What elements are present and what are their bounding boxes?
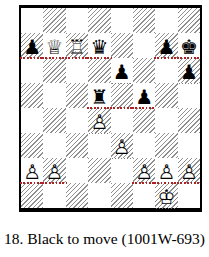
- square-a5: [21, 83, 43, 108]
- square-d1: [88, 183, 110, 208]
- square-h1: [178, 183, 200, 208]
- square-f6: [133, 58, 155, 83]
- square-h7: ♚: [178, 33, 200, 58]
- square-d5: ♜: [88, 83, 110, 108]
- square-h6: ♟: [178, 58, 200, 83]
- square-g8: [155, 8, 177, 33]
- square-f2: ♟♙: [133, 158, 155, 183]
- square-c2: [66, 158, 88, 183]
- square-e6: ♟: [111, 58, 133, 83]
- square-a7: ♟: [21, 33, 43, 58]
- square-a2: ♟♙: [21, 158, 43, 183]
- square-b1: [43, 183, 65, 208]
- square-h3: [178, 133, 200, 158]
- square-e7: [111, 33, 133, 58]
- square-h4: [178, 108, 200, 133]
- square-c7: ♜♖: [66, 33, 88, 58]
- square-g2: ♟♙: [155, 158, 177, 183]
- square-e8: [111, 8, 133, 33]
- square-e5: [111, 83, 133, 108]
- square-a1: [21, 183, 43, 208]
- chess-board: ♟♛♕♜♖♛♟♚♟♟♜♟♟♙♟♙♟♙♟♙♟♙♟♙♟♙♚♔: [19, 5, 202, 212]
- board-grid: ♟♛♕♜♖♛♟♚♟♟♜♟♟♙♟♙♟♙♟♙♟♙♟♙♟♙♚♔: [21, 8, 200, 208]
- white-pawn-g2: ♟♙: [155, 158, 177, 183]
- black-pawn-f5: ♟: [133, 83, 155, 108]
- square-d3: [88, 133, 110, 158]
- square-f8: [133, 8, 155, 33]
- square-b4: [43, 108, 65, 133]
- diagram-caption: 18. Black to move (1001W-693): [0, 230, 209, 248]
- square-e4: [111, 108, 133, 133]
- black-pawn-g7: ♟: [155, 33, 177, 58]
- white-king-g1: ♚♔: [155, 183, 177, 208]
- white-rook-c7: ♜♖: [66, 33, 88, 58]
- white-pawn-e3: ♟♙: [111, 133, 133, 158]
- white-pawn-f2: ♟♙: [133, 158, 155, 183]
- black-king-h7: ♚: [178, 33, 200, 58]
- white-queen-b7: ♛♕: [43, 33, 65, 58]
- square-a8: [21, 8, 43, 33]
- square-d6: [88, 58, 110, 83]
- square-f1: [133, 183, 155, 208]
- black-pawn-e6: ♟: [111, 58, 133, 83]
- square-c4: [66, 108, 88, 133]
- square-g5: [155, 83, 177, 108]
- square-c5: [66, 83, 88, 108]
- square-e2: [111, 158, 133, 183]
- square-c1: [66, 183, 88, 208]
- square-a4: [21, 108, 43, 133]
- square-e3: ♟♙: [111, 133, 133, 158]
- square-d7: ♛: [88, 33, 110, 58]
- square-f4: [133, 108, 155, 133]
- square-g6: [155, 58, 177, 83]
- white-pawn-a2: ♟♙: [21, 158, 43, 183]
- square-a3: [21, 133, 43, 158]
- black-rook-d5: ♜: [88, 83, 110, 108]
- square-f3: [133, 133, 155, 158]
- square-f7: [133, 33, 155, 58]
- square-c6: [66, 58, 88, 83]
- square-c8: [66, 8, 88, 33]
- square-b7: ♛♕: [43, 33, 65, 58]
- black-queen-d7: ♛: [88, 33, 110, 58]
- square-b3: [43, 133, 65, 158]
- square-b5: [43, 83, 65, 108]
- white-pawn-d4: ♟♙: [88, 108, 110, 133]
- square-c3: [66, 133, 88, 158]
- square-b8: [43, 8, 65, 33]
- square-h8: [178, 8, 200, 33]
- square-g7: ♟: [155, 33, 177, 58]
- square-a6: [21, 58, 43, 83]
- square-g1: ♚♔: [155, 183, 177, 208]
- square-f5: ♟: [133, 83, 155, 108]
- white-pawn-b2: ♟♙: [43, 158, 65, 183]
- square-d4: ♟♙: [88, 108, 110, 133]
- square-h2: ♟♙: [178, 158, 200, 183]
- white-pawn-h2: ♟♙: [178, 158, 200, 183]
- square-g4: [155, 108, 177, 133]
- black-pawn-a7: ♟: [21, 33, 43, 58]
- square-d2: [88, 158, 110, 183]
- square-e1: [111, 183, 133, 208]
- square-b6: [43, 58, 65, 83]
- page: ♟♛♕♜♖♛♟♚♟♟♜♟♟♙♟♙♟♙♟♙♟♙♟♙♟♙♚♔ 18. Black t…: [0, 0, 209, 257]
- square-b2: ♟♙: [43, 158, 65, 183]
- square-h5: [178, 83, 200, 108]
- square-d8: [88, 8, 110, 33]
- black-pawn-h6: ♟: [178, 58, 200, 83]
- square-g3: [155, 133, 177, 158]
